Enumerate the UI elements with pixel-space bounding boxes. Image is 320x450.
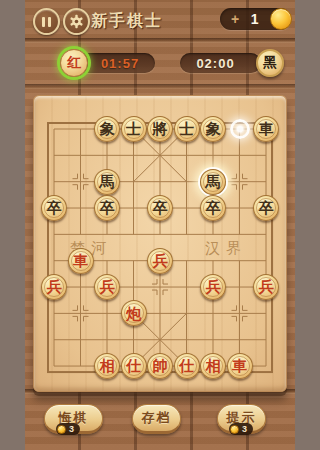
- gear-icon: [69, 14, 84, 29]
- plus-icon: +: [231, 11, 239, 27]
- piece-red-soldier[interactable]: 兵: [253, 274, 279, 300]
- black-timer: 02:00: [180, 53, 261, 73]
- wood-seam: [25, 38, 295, 43]
- save-button[interactable]: 存档: [132, 404, 181, 434]
- piece-black-soldier[interactable]: 卒: [200, 195, 226, 221]
- piece-black-soldier[interactable]: 卒: [41, 195, 67, 221]
- piece-black-advisor[interactable]: 士: [121, 116, 147, 142]
- red-player-token: 红: [60, 49, 88, 77]
- coin-icon: [57, 425, 66, 434]
- black-time: 02:00: [196, 56, 234, 71]
- coin-icon: [270, 8, 292, 30]
- piece-red-chariot[interactable]: 車: [68, 248, 94, 274]
- page-title: 新手棋士: [91, 11, 163, 32]
- piece-black-elephant[interactable]: 象: [200, 116, 226, 142]
- piece-red-advisor[interactable]: 仕: [121, 353, 147, 379]
- piece-black-general[interactable]: 將: [147, 116, 173, 142]
- piece-red-soldier[interactable]: 兵: [94, 274, 120, 300]
- piece-red-elephant[interactable]: 相: [200, 353, 226, 379]
- piece-red-chariot[interactable]: 車: [227, 353, 253, 379]
- hint-button[interactable]: 提示 3: [217, 404, 266, 434]
- settings-button[interactable]: [63, 8, 90, 35]
- red-token-label: 红: [67, 54, 81, 72]
- black-player-token: 黑: [256, 49, 284, 77]
- hint-cost: 3: [242, 424, 247, 434]
- piece-black-soldier[interactable]: 卒: [147, 195, 173, 221]
- pause-icon: [42, 17, 51, 27]
- piece-black-elephant[interactable]: 象: [94, 116, 120, 142]
- piece-red-cannon[interactable]: 炮: [121, 300, 147, 326]
- piece-black-horse[interactable]: 馬: [94, 169, 120, 195]
- piece-red-elephant[interactable]: 相: [94, 353, 120, 379]
- last-move-from-indicator: [230, 119, 250, 139]
- undo-button[interactable]: 悔棋 3: [44, 404, 103, 434]
- piece-black-soldier[interactable]: 卒: [94, 195, 120, 221]
- pause-button[interactable]: [33, 8, 60, 35]
- black-token-label: 黑: [263, 54, 277, 72]
- piece-layer: 象士將士象車馬馬卒卒卒卒卒車兵兵兵兵兵炮相仕帥仕相車: [41, 116, 280, 379]
- undo-cost: 3: [69, 424, 74, 434]
- piece-red-soldier[interactable]: 兵: [147, 248, 173, 274]
- wood-seam: [25, 84, 295, 89]
- board-panel: 楚河 汉界 象士將士象車馬馬卒卒卒卒卒車兵兵兵兵兵炮相仕帥仕相車: [33, 95, 287, 392]
- undo-cost-badge: 3: [56, 423, 80, 435]
- piece-black-advisor[interactable]: 士: [174, 116, 200, 142]
- piece-red-general[interactable]: 帥: [147, 353, 173, 379]
- piece-black-horse[interactable]: 馬: [200, 169, 226, 195]
- piece-red-advisor[interactable]: 仕: [174, 353, 200, 379]
- piece-red-soldier[interactable]: 兵: [41, 274, 67, 300]
- piece-black-chariot[interactable]: 車: [253, 116, 279, 142]
- app-root: 新手棋士 + 1 01:57 02:00 红 黑 楚河 汉界 象士將士象車馬馬卒…: [25, 0, 295, 450]
- coin-count: 1: [239, 11, 270, 27]
- coin-counter[interactable]: + 1: [220, 8, 291, 30]
- piece-black-soldier[interactable]: 卒: [253, 195, 279, 221]
- coin-icon: [230, 425, 239, 434]
- save-label: 存档: [142, 409, 172, 427]
- hint-cost-badge: 3: [229, 423, 253, 435]
- red-time: 01:57: [101, 56, 139, 71]
- piece-red-soldier[interactable]: 兵: [200, 274, 226, 300]
